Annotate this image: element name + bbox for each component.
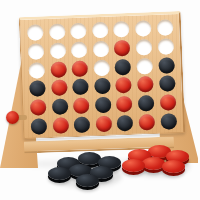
empty-hole[interactable]	[27, 24, 44, 41]
black-disc[interactable]	[160, 113, 177, 130]
empty-hole[interactable]	[92, 41, 109, 58]
black-disc[interactable]	[115, 58, 132, 75]
red-disc[interactable]	[137, 76, 154, 93]
black-disc[interactable]	[29, 81, 46, 98]
red-disc[interactable]	[116, 96, 133, 113]
red-tray-disc[interactable]	[142, 157, 165, 170]
board-front-panel	[19, 11, 186, 139]
black-disc[interactable]	[158, 57, 175, 74]
red-tray-disc[interactable]	[162, 160, 185, 173]
red-disc[interactable]	[52, 117, 69, 134]
black-disc[interactable]	[72, 79, 89, 96]
red-disc[interactable]	[159, 94, 176, 111]
red-tray-disc[interactable]	[122, 159, 145, 172]
black-tray-disc[interactable]	[48, 167, 71, 180]
connect-four-scene	[0, 0, 200, 200]
black-disc[interactable]	[94, 78, 111, 95]
empty-hole[interactable]	[93, 59, 110, 76]
red-disc[interactable]	[51, 80, 68, 97]
release-knob[interactable]	[6, 111, 19, 124]
empty-hole[interactable]	[156, 19, 173, 36]
red-disc[interactable]	[72, 60, 89, 77]
black-disc[interactable]	[159, 76, 176, 93]
black-tray-disc[interactable]	[76, 174, 99, 187]
black-disc[interactable]	[95, 97, 112, 114]
empty-hole[interactable]	[28, 43, 45, 60]
empty-hole[interactable]	[135, 20, 152, 37]
red-disc[interactable]	[115, 77, 132, 94]
empty-hole[interactable]	[136, 39, 153, 56]
empty-hole[interactable]	[113, 21, 130, 38]
empty-hole[interactable]	[71, 41, 88, 58]
red-disc[interactable]	[30, 99, 47, 116]
black-disc[interactable]	[31, 118, 48, 135]
empty-hole[interactable]	[49, 23, 66, 40]
red-disc[interactable]	[114, 40, 131, 57]
black-disc[interactable]	[117, 115, 134, 132]
red-disc[interactable]	[139, 114, 156, 131]
red-disc[interactable]	[73, 98, 90, 115]
black-disc[interactable]	[138, 95, 155, 112]
red-disc[interactable]	[50, 61, 67, 78]
empty-hole[interactable]	[157, 38, 174, 55]
black-disc[interactable]	[74, 116, 91, 133]
black-disc[interactable]	[51, 99, 68, 116]
empty-hole[interactable]	[70, 23, 87, 40]
empty-hole[interactable]	[136, 58, 153, 75]
empty-hole[interactable]	[49, 42, 66, 59]
red-disc[interactable]	[95, 116, 112, 133]
empty-hole[interactable]	[92, 22, 109, 39]
board-grid	[20, 14, 183, 135]
empty-hole[interactable]	[28, 62, 45, 79]
